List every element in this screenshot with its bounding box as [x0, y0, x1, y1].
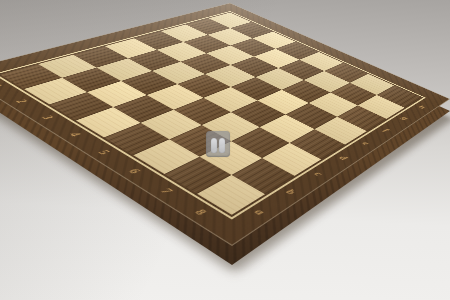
rank-label-2: 2: [9, 94, 37, 107]
file-label-f: f: [375, 123, 399, 136]
file-label-c: c: [305, 165, 333, 181]
file-label-b: b: [277, 183, 307, 201]
file-label-g: g: [394, 112, 417, 124]
file-label-e: e: [354, 136, 379, 150]
chess-board: 1h2g3f4e5d6c7b8a: [0, 3, 450, 246]
rank-label-4: 4: [61, 126, 91, 141]
rank-label-5: 5: [90, 144, 121, 160]
pause-bar-icon: [219, 138, 225, 153]
file-label-h: h: [411, 101, 433, 112]
watermark-logo: [206, 131, 230, 157]
file-label-d: d: [331, 150, 358, 165]
rank-label-7: 7: [152, 181, 184, 200]
rank-label-8: 8: [185, 202, 218, 222]
rank-label-3: 3: [34, 110, 63, 124]
file-label-a: a: [245, 202, 277, 221]
studio-background: 1h2g3f4e5d6c7b8a: [0, 0, 450, 300]
pause-bar-icon: [211, 138, 217, 153]
rank-label-6: 6: [120, 162, 151, 179]
